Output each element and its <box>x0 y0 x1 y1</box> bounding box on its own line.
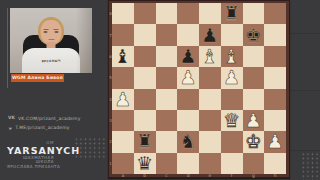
square-b7[interactable] <box>134 24 156 45</box>
streamer-name-label: WGM Алина Бивол <box>12 74 63 82</box>
rank-label-3: 3 <box>109 110 112 131</box>
square-d6[interactable]: ♟ <box>177 46 199 67</box>
square-b1[interactable]: ♛ <box>134 153 156 174</box>
square-c4[interactable] <box>156 89 178 110</box>
background-seam <box>289 90 320 91</box>
rank-label-6: 6 <box>109 46 112 67</box>
black-king-g7: ♚ <box>245 26 262 45</box>
rank-label-1: 1 <box>109 153 112 174</box>
eyebrow <box>44 29 49 30</box>
square-d3[interactable] <box>177 110 199 131</box>
square-g5[interactable] <box>243 67 265 88</box>
dot-grid-decoration <box>74 137 107 158</box>
square-g4[interactable] <box>243 89 265 110</box>
streamer-name-banner: WGM Алина Бивол <box>11 74 64 82</box>
square-h3[interactable] <box>264 110 286 131</box>
webcam-shadow <box>76 8 92 73</box>
file-label-b: b <box>134 174 156 178</box>
square-f1[interactable] <box>221 153 243 174</box>
mouth <box>48 39 54 40</box>
square-d8[interactable] <box>177 3 199 24</box>
black-knight-d2: ♞ <box>180 132 197 151</box>
square-b4[interactable] <box>134 89 156 110</box>
square-f6[interactable]: ♝ <box>221 46 243 67</box>
file-label-c: c <box>156 174 178 178</box>
square-a6[interactable]: ♝ <box>112 46 134 67</box>
rank-label-4: 4 <box>109 89 112 110</box>
black-queen-b1: ♛ <box>136 154 153 173</box>
brand-subtitle-line: ЯРОСЛАВА ПРИЗАНТА <box>7 165 54 169</box>
square-a4[interactable]: ♟ <box>112 89 134 110</box>
square-g8[interactable] <box>243 3 265 24</box>
square-h7[interactable] <box>264 24 286 45</box>
square-g1[interactable] <box>243 153 265 174</box>
social-links: VK VK.COM/prizant_academy ➤ T.ME/prizant… <box>8 115 81 131</box>
divider-line <box>7 8 8 88</box>
white-queen-f3: ♛ <box>223 111 240 130</box>
square-g3[interactable]: ♟ <box>243 110 265 131</box>
channel-branding: GM YARSANYCH ШАХМАТНАЯ ШКОЛА ЯРОСЛАВА ПР… <box>7 140 54 169</box>
square-d7[interactable] <box>177 24 199 45</box>
square-c7[interactable] <box>156 24 178 45</box>
square-b3[interactable] <box>134 110 156 131</box>
streamer-shirt: ЯРСАНЫЧ <box>22 48 80 73</box>
square-h5[interactable] <box>264 67 286 88</box>
file-label-g: g <box>243 174 265 178</box>
square-e7[interactable]: ♟ <box>199 24 221 45</box>
square-a1[interactable] <box>112 153 134 174</box>
square-h1[interactable] <box>264 153 286 174</box>
black-rook-b2: ♜ <box>136 132 153 151</box>
square-f8[interactable]: ♜ <box>221 3 243 24</box>
vk-link-text: VK.COM/prizant_academy <box>18 116 81 121</box>
white-pawn-f5: ♟ <box>223 68 240 87</box>
vk-icon: VK <box>8 115 15 121</box>
square-a2[interactable] <box>112 131 134 152</box>
square-f7[interactable] <box>221 24 243 45</box>
square-e5[interactable] <box>199 67 221 88</box>
chess-board: ♜♟♚♝♟♝♝♟♟♟♛♟♜♞♚♟♛ <box>112 3 286 174</box>
eyebrow <box>54 29 59 30</box>
white-king-g2: ♚ <box>245 132 262 151</box>
telegram-link[interactable]: ➤ T.ME/prizant_academy <box>8 125 81 131</box>
square-g7[interactable]: ♚ <box>243 24 265 45</box>
square-d2[interactable]: ♞ <box>177 131 199 152</box>
square-g6[interactable] <box>243 46 265 67</box>
white-pawn-h2: ♟ <box>267 132 284 151</box>
telegram-link-text: T.ME/prizant_academy <box>15 125 70 130</box>
black-pawn-d6: ♟ <box>180 47 197 66</box>
square-g2[interactable]: ♚ <box>243 131 265 152</box>
square-a3[interactable] <box>112 110 134 131</box>
square-c2[interactable] <box>156 131 178 152</box>
file-label-a: a <box>112 174 134 178</box>
webcam-frame: ЯРСАНЫЧ <box>10 8 92 73</box>
square-e3[interactable] <box>199 110 221 131</box>
square-b5[interactable] <box>134 67 156 88</box>
square-b2[interactable]: ♜ <box>134 131 156 152</box>
square-h6[interactable] <box>264 46 286 67</box>
black-pawn-e7: ♟ <box>201 26 218 45</box>
dot-grid-decoration <box>301 152 320 180</box>
square-a5[interactable] <box>112 67 134 88</box>
background-seam <box>289 33 320 34</box>
rank-label-2: 2 <box>109 131 112 152</box>
eye <box>55 31 59 33</box>
square-h2[interactable]: ♟ <box>264 131 286 152</box>
square-c6[interactable] <box>156 46 178 67</box>
square-e4[interactable] <box>199 89 221 110</box>
file-label-f: f <box>221 174 243 178</box>
telegram-icon: ➤ <box>7 124 13 131</box>
chess-board-frame: ♜♟♚♝♟♝♝♟♟♟♛♟♜♞♚♟♛ 87654321 abcdefgh <box>108 0 290 178</box>
square-d4[interactable] <box>177 89 199 110</box>
square-b6[interactable] <box>134 46 156 67</box>
square-a8[interactable] <box>112 3 134 24</box>
square-a7[interactable] <box>112 24 134 45</box>
square-c1[interactable] <box>156 153 178 174</box>
square-c3[interactable] <box>156 110 178 131</box>
square-c8[interactable] <box>156 3 178 24</box>
white-bishop-f6: ♝ <box>223 47 240 66</box>
square-b8[interactable] <box>134 3 156 24</box>
rank-label-7: 7 <box>109 24 112 45</box>
rank-label-8: 8 <box>109 3 112 24</box>
white-pawn-g3: ♟ <box>245 111 262 130</box>
file-label-e: e <box>199 174 221 178</box>
file-label-h: h <box>264 174 286 178</box>
file-label-d: d <box>177 174 199 178</box>
square-d1[interactable] <box>177 153 199 174</box>
black-rook-f8: ♜ <box>223 4 240 23</box>
square-e6[interactable]: ♝ <box>199 46 221 67</box>
shirt-print-text: ЯРСАНЫЧ <box>41 59 60 64</box>
square-h8[interactable] <box>264 3 286 24</box>
square-f5[interactable]: ♟ <box>221 67 243 88</box>
square-e8[interactable] <box>199 3 221 24</box>
square-c5[interactable] <box>156 67 178 88</box>
rank-label-5: 5 <box>109 67 112 88</box>
square-e2[interactable] <box>199 131 221 152</box>
square-d5[interactable]: ♟ <box>177 67 199 88</box>
eye <box>44 31 48 33</box>
square-f3[interactable]: ♛ <box>221 110 243 131</box>
white-pawn-a4: ♟ <box>114 90 131 109</box>
vk-link[interactable]: VK VK.COM/prizant_academy <box>8 115 81 121</box>
square-e1[interactable] <box>199 153 221 174</box>
square-f4[interactable] <box>221 89 243 110</box>
square-f2[interactable] <box>221 131 243 152</box>
background-seam <box>289 150 320 151</box>
rank-coordinates: 87654321 <box>109 3 112 174</box>
file-coordinates: abcdefgh <box>112 174 286 178</box>
square-h4[interactable] <box>264 89 286 110</box>
black-bishop-a6: ♝ <box>114 47 131 66</box>
white-pawn-d5: ♟ <box>180 68 197 87</box>
white-bishop-e6: ♝ <box>201 47 218 66</box>
